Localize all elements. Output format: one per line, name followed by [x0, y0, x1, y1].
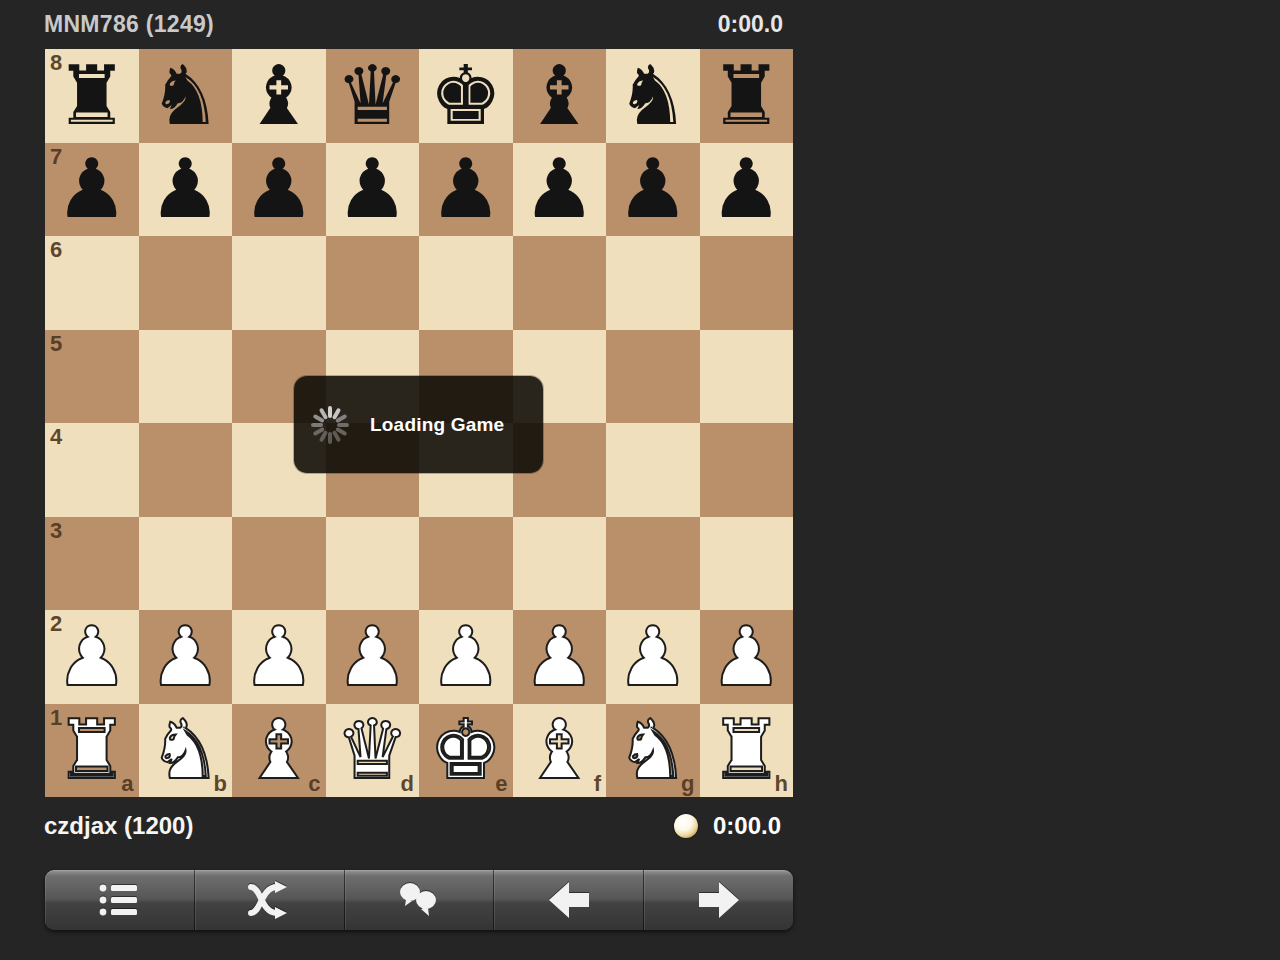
- square-d1[interactable]: d♛: [326, 704, 420, 798]
- piece-white-pawn[interactable]: ♟: [419, 610, 513, 704]
- square-b7[interactable]: ♟: [139, 143, 233, 237]
- square-c8[interactable]: ♝: [232, 49, 326, 143]
- piece-black-pawn[interactable]: ♟: [139, 143, 233, 237]
- chess-app: MNM786 (1249) 0:00.0 8♜♞♝♛♚♝♞♜7♟♟♟♟♟♟♟♟6…: [0, 0, 1280, 960]
- square-d3[interactable]: [326, 517, 420, 611]
- square-e8[interactable]: ♚: [419, 49, 513, 143]
- square-b6[interactable]: [139, 236, 233, 330]
- piece-white-knight[interactable]: ♞: [139, 704, 233, 798]
- piece-white-pawn[interactable]: ♟: [232, 610, 326, 704]
- player-clock: 0:00.0: [713, 797, 781, 857]
- square-g8[interactable]: ♞: [606, 49, 700, 143]
- piece-white-pawn[interactable]: ♟: [139, 610, 233, 704]
- square-c6[interactable]: [232, 236, 326, 330]
- piece-black-bishop[interactable]: ♝: [232, 49, 326, 143]
- rank-label-3: 3: [50, 518, 62, 544]
- square-h6[interactable]: [700, 236, 794, 330]
- piece-black-knight[interactable]: ♞: [606, 49, 700, 143]
- square-b2[interactable]: ♟: [139, 610, 233, 704]
- square-g1[interactable]: g♞: [606, 704, 700, 798]
- square-g6[interactable]: [606, 236, 700, 330]
- shuffle-button[interactable]: [195, 870, 345, 930]
- square-b5[interactable]: [139, 330, 233, 424]
- piece-black-pawn[interactable]: ♟: [606, 143, 700, 237]
- piece-black-queen[interactable]: ♛: [326, 49, 420, 143]
- square-e1[interactable]: e♚: [419, 704, 513, 798]
- piece-black-pawn[interactable]: ♟: [232, 143, 326, 237]
- square-g3[interactable]: [606, 517, 700, 611]
- square-f3[interactable]: [513, 517, 607, 611]
- square-a6[interactable]: 6: [45, 236, 139, 330]
- piece-black-rook[interactable]: ♜: [45, 49, 139, 143]
- forward-button[interactable]: [644, 870, 793, 930]
- piece-black-pawn[interactable]: ♟: [326, 143, 420, 237]
- square-g7[interactable]: ♟: [606, 143, 700, 237]
- square-h5[interactable]: [700, 330, 794, 424]
- piece-white-king[interactable]: ♚: [419, 704, 513, 798]
- opponent-clock: 0:00.0: [718, 0, 783, 49]
- white-to-move-indicator: [674, 814, 698, 838]
- rank-label-5: 5: [50, 331, 62, 357]
- loading-spinner-icon: [308, 403, 352, 447]
- bottom-player-bar: czdjax (1200) 0:00.0: [0, 797, 793, 857]
- piece-white-pawn[interactable]: ♟: [606, 610, 700, 704]
- piece-white-pawn[interactable]: ♟: [326, 610, 420, 704]
- square-d8[interactable]: ♛: [326, 49, 420, 143]
- piece-white-pawn[interactable]: ♟: [700, 610, 794, 704]
- square-b3[interactable]: [139, 517, 233, 611]
- square-g5[interactable]: [606, 330, 700, 424]
- square-d6[interactable]: [326, 236, 420, 330]
- square-a3[interactable]: 3: [45, 517, 139, 611]
- square-d7[interactable]: ♟: [326, 143, 420, 237]
- square-f1[interactable]: f♝: [513, 704, 607, 798]
- piece-white-pawn[interactable]: ♟: [45, 610, 139, 704]
- chat-button[interactable]: [345, 870, 495, 930]
- square-c7[interactable]: ♟: [232, 143, 326, 237]
- arrow-right-icon: [697, 880, 741, 920]
- square-h4[interactable]: [700, 423, 794, 517]
- square-e3[interactable]: [419, 517, 513, 611]
- piece-white-queen[interactable]: ♛: [326, 704, 420, 798]
- square-h1[interactable]: h♜: [700, 704, 794, 798]
- piece-black-pawn[interactable]: ♟: [513, 143, 607, 237]
- square-h7[interactable]: ♟: [700, 143, 794, 237]
- top-player-bar: MNM786 (1249) 0:00.0: [0, 0, 793, 49]
- player-name: czdjax (1200): [44, 797, 193, 857]
- square-a5[interactable]: 5: [45, 330, 139, 424]
- square-h8[interactable]: ♜: [700, 49, 794, 143]
- piece-white-bishop[interactable]: ♝: [232, 704, 326, 798]
- square-h2[interactable]: ♟: [700, 610, 794, 704]
- piece-black-pawn[interactable]: ♟: [45, 143, 139, 237]
- piece-white-bishop[interactable]: ♝: [513, 704, 607, 798]
- square-a1[interactable]: 1a♜: [45, 704, 139, 798]
- square-f7[interactable]: ♟: [513, 143, 607, 237]
- square-g4[interactable]: [606, 423, 700, 517]
- piece-white-rook[interactable]: ♜: [700, 704, 794, 798]
- square-c2[interactable]: ♟: [232, 610, 326, 704]
- square-e6[interactable]: [419, 236, 513, 330]
- move-list-button[interactable]: [45, 870, 195, 930]
- square-g2[interactable]: ♟: [606, 610, 700, 704]
- rank-label-6: 6: [50, 237, 62, 263]
- toolbar: [45, 870, 793, 930]
- piece-black-rook[interactable]: ♜: [700, 49, 794, 143]
- piece-black-king[interactable]: ♚: [419, 49, 513, 143]
- piece-black-knight[interactable]: ♞: [139, 49, 233, 143]
- square-f6[interactable]: [513, 236, 607, 330]
- square-e7[interactable]: ♟: [419, 143, 513, 237]
- square-a4[interactable]: 4: [45, 423, 139, 517]
- square-c1[interactable]: c♝: [232, 704, 326, 798]
- square-d2[interactable]: ♟: [326, 610, 420, 704]
- piece-black-bishop[interactable]: ♝: [513, 49, 607, 143]
- piece-white-rook[interactable]: ♜: [45, 704, 139, 798]
- square-b4[interactable]: [139, 423, 233, 517]
- chat-icon: [398, 881, 440, 919]
- piece-white-knight[interactable]: ♞: [606, 704, 700, 798]
- square-e2[interactable]: ♟: [419, 610, 513, 704]
- loading-overlay: Loading Game: [294, 376, 543, 473]
- square-a8[interactable]: 8♜: [45, 49, 139, 143]
- square-f8[interactable]: ♝: [513, 49, 607, 143]
- square-b1[interactable]: b♞: [139, 704, 233, 798]
- shuffle-icon: [247, 881, 291, 919]
- loading-text: Loading Game: [370, 414, 504, 436]
- square-a7[interactable]: 7♟: [45, 143, 139, 237]
- opponent-name: MNM786 (1249): [44, 0, 214, 49]
- square-f2[interactable]: ♟: [513, 610, 607, 704]
- square-c3[interactable]: [232, 517, 326, 611]
- square-b8[interactable]: ♞: [139, 49, 233, 143]
- square-h3[interactable]: [700, 517, 794, 611]
- piece-white-pawn[interactable]: ♟: [513, 610, 607, 704]
- rank-label-4: 4: [50, 424, 62, 450]
- piece-black-pawn[interactable]: ♟: [700, 143, 794, 237]
- back-button[interactable]: [494, 870, 644, 930]
- list-icon: [97, 882, 141, 918]
- piece-black-pawn[interactable]: ♟: [419, 143, 513, 237]
- square-a2[interactable]: 2♟: [45, 610, 139, 704]
- arrow-left-icon: [547, 880, 591, 920]
